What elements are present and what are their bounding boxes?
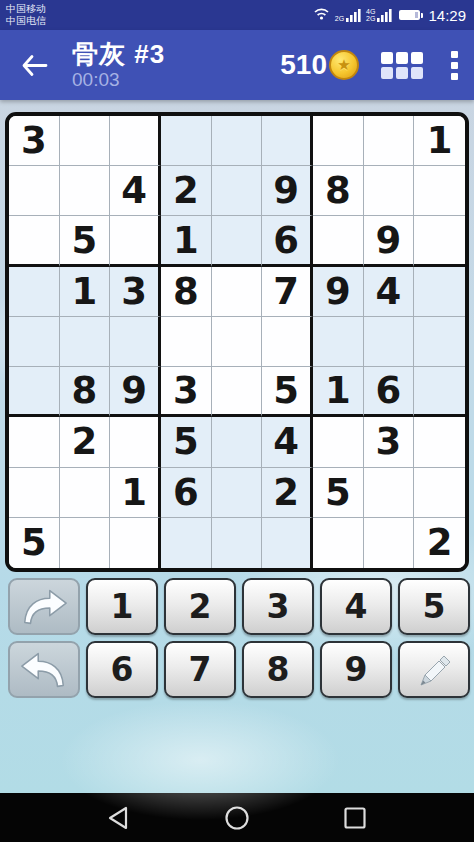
- num-button-2[interactable]: 2: [164, 578, 236, 635]
- cell-r8c7[interactable]: 5: [313, 468, 364, 518]
- number-pad: 123456789: [86, 578, 470, 698]
- cell-r3c6[interactable]: 6: [262, 216, 313, 266]
- cell-r8c2[interactable]: [60, 468, 111, 518]
- num-button-9[interactable]: 9: [320, 641, 392, 698]
- cell-r7c2[interactable]: 2: [60, 417, 111, 467]
- cell-r4c5[interactable]: [212, 267, 263, 317]
- num-button-1[interactable]: 1: [86, 578, 158, 635]
- cell-r9c2[interactable]: [60, 518, 111, 568]
- back-button[interactable]: [16, 45, 52, 85]
- cell-r3c3[interactable]: [110, 216, 161, 266]
- cell-r1c1[interactable]: 3: [9, 116, 60, 166]
- cell-r2c3[interactable]: 4: [110, 166, 161, 216]
- android-nav-bar: [0, 793, 474, 842]
- cell-r3c2[interactable]: 5: [60, 216, 111, 266]
- cell-r2c2[interactable]: [60, 166, 111, 216]
- cell-r5c2[interactable]: [60, 317, 111, 367]
- num-button-8[interactable]: 8: [242, 641, 314, 698]
- nav-recents-button[interactable]: [342, 805, 368, 831]
- cell-r7c7[interactable]: [313, 417, 364, 467]
- cell-r9c5[interactable]: [212, 518, 263, 568]
- cell-r7c4[interactable]: 5: [161, 417, 212, 467]
- status-time: 14:29: [428, 7, 466, 24]
- num-button-7[interactable]: 7: [164, 641, 236, 698]
- cell-r8c9[interactable]: [414, 468, 465, 518]
- cell-r8c4[interactable]: 6: [161, 468, 212, 518]
- undo-button[interactable]: [8, 641, 80, 698]
- cell-r3c1[interactable]: [9, 216, 60, 266]
- cell-r9c7[interactable]: [313, 518, 364, 568]
- signal-sim2-icon: 4G 2G: [366, 8, 392, 22]
- battery-icon: [399, 10, 420, 20]
- cell-r5c8[interactable]: [364, 317, 415, 367]
- sudoku-board: 31429851691387948935162543162552: [5, 112, 469, 572]
- cell-r4c3[interactable]: 3: [110, 267, 161, 317]
- overflow-menu-icon[interactable]: [451, 51, 458, 80]
- cell-r2c7[interactable]: 8: [313, 166, 364, 216]
- carrier-line-2: 中国电信: [6, 15, 46, 27]
- cell-r7c5[interactable]: [212, 417, 263, 467]
- board-wrap: 31429851691387948935162543162552: [5, 112, 469, 572]
- cell-r1c7[interactable]: [313, 116, 364, 166]
- cell-r6c7[interactable]: 1: [313, 367, 364, 417]
- cell-r7c1[interactable]: [9, 417, 60, 467]
- carrier-line-1: 中国移动: [6, 3, 46, 15]
- cell-r8c1[interactable]: [9, 468, 60, 518]
- cell-r3c4[interactable]: 1: [161, 216, 212, 266]
- cell-r5c9[interactable]: [414, 317, 465, 367]
- cell-r7c9[interactable]: [414, 417, 465, 467]
- cell-r8c6[interactable]: 2: [262, 468, 313, 518]
- undo-redo-column: [8, 578, 80, 698]
- cell-r3c9[interactable]: [414, 216, 465, 266]
- cell-r1c4[interactable]: [161, 116, 212, 166]
- cell-r9c1[interactable]: 5: [9, 518, 60, 568]
- cell-r3c5[interactable]: [212, 216, 263, 266]
- cell-r6c6[interactable]: 5: [262, 367, 313, 417]
- app-bar: 骨灰 #3 00:03 510 ★: [0, 30, 474, 100]
- cell-r9c9[interactable]: 2: [414, 518, 465, 568]
- cell-r1c5[interactable]: [212, 116, 263, 166]
- coin-count: 510: [280, 49, 327, 81]
- cell-r1c2[interactable]: [60, 116, 111, 166]
- cell-r9c4[interactable]: [161, 518, 212, 568]
- num-button-4[interactable]: 4: [320, 578, 392, 635]
- cell-r4c4[interactable]: 8: [161, 267, 212, 317]
- redo-button[interactable]: [8, 578, 80, 635]
- cell-r2c5[interactable]: [212, 166, 263, 216]
- puzzle-title: 骨灰 #3: [72, 39, 165, 69]
- carrier-labels: 中国移动 中国电信: [6, 3, 46, 27]
- cell-r4c1[interactable]: [9, 267, 60, 317]
- wifi-icon: [313, 6, 330, 24]
- play-area: 31429851691387948935162543162552 1234567…: [0, 100, 474, 793]
- num-button-6[interactable]: 6: [86, 641, 158, 698]
- cell-r1c8[interactable]: [364, 116, 415, 166]
- cell-r1c3[interactable]: [110, 116, 161, 166]
- nav-home-button[interactable]: [224, 805, 250, 831]
- nav-back-button[interactable]: [106, 805, 132, 831]
- cell-r2c1[interactable]: [9, 166, 60, 216]
- cell-r5c1[interactable]: [9, 317, 60, 367]
- cell-r4c7[interactable]: 9: [313, 267, 364, 317]
- status-bar: 中国移动 中国电信 2G: [0, 0, 474, 30]
- cell-r7c6[interactable]: 4: [262, 417, 313, 467]
- cell-r4c9[interactable]: [414, 267, 465, 317]
- cell-r6c5[interactable]: [212, 367, 263, 417]
- cell-r2c9[interactable]: [414, 166, 465, 216]
- num-button-3[interactable]: 3: [242, 578, 314, 635]
- cell-r2c4[interactable]: 2: [161, 166, 212, 216]
- cell-r6c3[interactable]: 9: [110, 367, 161, 417]
- cell-r5c6[interactable]: [262, 317, 313, 367]
- title-block: 骨灰 #3 00:03: [72, 39, 165, 91]
- cell-r6c2[interactable]: 8: [60, 367, 111, 417]
- cell-r6c8[interactable]: 6: [364, 367, 415, 417]
- input-pad: 123456789: [8, 578, 470, 698]
- cell-r2c6[interactable]: 9: [262, 166, 313, 216]
- cell-r3c8[interactable]: 9: [364, 216, 415, 266]
- board-layout-icon[interactable]: [381, 52, 423, 79]
- cell-r4c2[interactable]: 1: [60, 267, 111, 317]
- app-bar-actions: 510 ★: [280, 49, 464, 81]
- cell-r4c8[interactable]: 4: [364, 267, 415, 317]
- phone-screen: 中国移动 中国电信 2G: [0, 0, 474, 842]
- cell-r3c7[interactable]: [313, 216, 364, 266]
- cell-r7c3[interactable]: [110, 417, 161, 467]
- redo-arrow-icon: [18, 587, 70, 627]
- cell-r6c1[interactable]: [9, 367, 60, 417]
- game-timer: 00:03: [72, 69, 165, 91]
- cell-r8c5[interactable]: [212, 468, 263, 518]
- cell-r9c6[interactable]: [262, 518, 313, 568]
- num-button-5[interactable]: 5: [398, 578, 470, 635]
- pencil-icon: [415, 651, 453, 689]
- cell-r1c9[interactable]: 1: [414, 116, 465, 166]
- cell-r5c5[interactable]: [212, 317, 263, 367]
- coin-icon[interactable]: ★: [329, 50, 359, 80]
- signal-sim1-icon: 2G: [335, 8, 361, 22]
- cell-r4c6[interactable]: 7: [262, 267, 313, 317]
- cell-r5c3[interactable]: [110, 317, 161, 367]
- back-arrow-icon: [21, 54, 48, 77]
- cell-r8c8[interactable]: [364, 468, 415, 518]
- cell-r8c3[interactable]: 1: [110, 468, 161, 518]
- cell-r9c8[interactable]: [364, 518, 415, 568]
- cell-r5c4[interactable]: [161, 317, 212, 367]
- pencil-button[interactable]: [398, 641, 470, 698]
- cell-r5c7[interactable]: [313, 317, 364, 367]
- cell-r7c8[interactable]: 3: [364, 417, 415, 467]
- cell-r2c8[interactable]: [364, 166, 415, 216]
- cell-r9c3[interactable]: [110, 518, 161, 568]
- cell-r6c4[interactable]: 3: [161, 367, 212, 417]
- cell-r1c6[interactable]: [262, 116, 313, 166]
- cell-r6c9[interactable]: [414, 367, 465, 417]
- undo-arrow-icon: [18, 650, 70, 690]
- status-icons: 2G 4G 2G: [313, 6, 466, 24]
